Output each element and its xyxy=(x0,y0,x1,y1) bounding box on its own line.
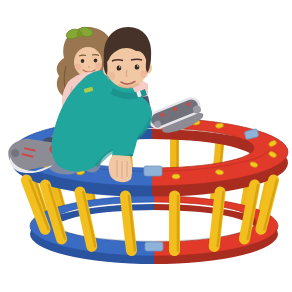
connector-clip-top-front xyxy=(144,166,162,176)
scene-photo xyxy=(0,0,292,292)
connector-clip-bottom-front xyxy=(145,242,163,251)
boy-hand xyxy=(109,155,133,182)
boy-arm xyxy=(112,98,140,158)
product-photo: Two children playing on a circular red, … xyxy=(0,0,292,292)
